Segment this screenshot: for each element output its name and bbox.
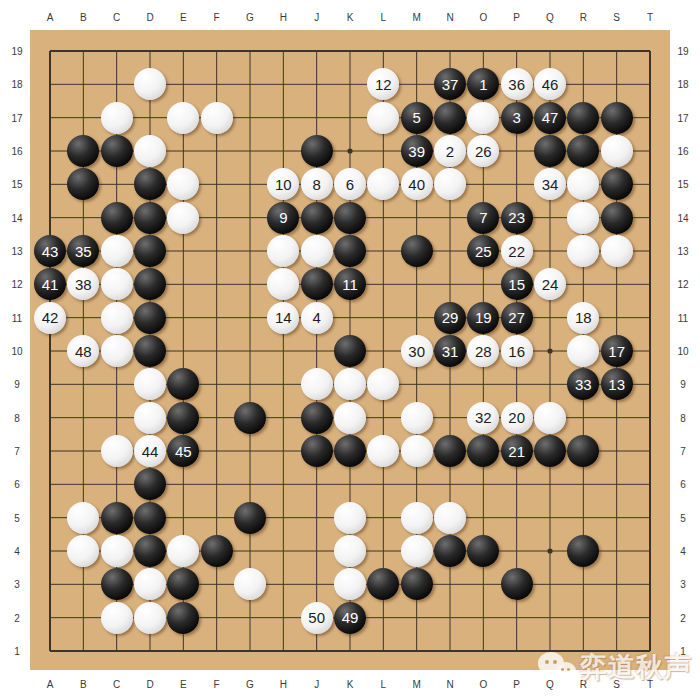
move-number: 46: [542, 76, 559, 91]
white-stone-Q8: [534, 402, 566, 434]
go-diagram-page: AABBCCDDEEFFGGHHJJKKLLMMNNOOPPQQRRSSTT19…: [0, 0, 700, 700]
column-label-top: A: [47, 12, 54, 23]
black-stone-N7: [434, 435, 466, 467]
watermark: 弈道秋声: [536, 642, 696, 692]
black-stone-E2: [167, 602, 199, 634]
white-stone-J2: 50: [301, 602, 333, 634]
column-label-bottom: N: [446, 679, 453, 690]
move-number: 6: [346, 176, 354, 191]
black-stone-P11: 27: [501, 302, 533, 334]
black-stone-P3: [501, 568, 533, 600]
column-label-top: F: [214, 12, 220, 23]
white-stone-M10: 30: [401, 335, 433, 367]
black-stone-S17: [601, 102, 633, 134]
row-label-left: 6: [14, 479, 20, 490]
white-stone-M15: 40: [401, 168, 433, 200]
wechat-icon: [536, 646, 580, 688]
black-stone-M3: [401, 568, 433, 600]
black-stone-O11: 19: [467, 302, 499, 334]
move-number: 34: [542, 176, 559, 191]
white-stone-C13: [101, 235, 133, 267]
row-label-right: 8: [680, 412, 686, 423]
column-label-bottom: L: [381, 679, 387, 690]
move-number: 31: [442, 343, 459, 358]
column-label-top: G: [246, 12, 254, 23]
white-stone-M5: [401, 502, 433, 534]
row-label-left: 5: [14, 512, 20, 523]
white-stone-L17: [367, 102, 399, 134]
move-number: 3: [512, 110, 520, 125]
move-number: 42: [42, 310, 59, 325]
column-label-top: J: [314, 12, 319, 23]
move-number: 15: [508, 276, 525, 291]
move-number: 38: [75, 276, 92, 291]
black-stone-E8: [167, 402, 199, 434]
black-stone-F4: [201, 535, 233, 567]
black-stone-M17: 5: [401, 102, 433, 134]
black-stone-N4: [434, 535, 466, 567]
white-stone-C7: [101, 435, 133, 467]
white-stone-C11: [101, 302, 133, 334]
black-stone-G8: [234, 402, 266, 434]
move-number: 10: [275, 176, 292, 191]
white-stone-P13: 22: [501, 235, 533, 267]
move-number: 26: [475, 143, 492, 158]
column-label-bottom: P: [513, 679, 520, 690]
white-stone-J15: 8: [301, 168, 333, 200]
black-stone-D10: [134, 335, 166, 367]
black-stone-D14: [134, 202, 166, 234]
column-label-top: H: [280, 12, 287, 23]
white-stone-D7: 44: [134, 435, 166, 467]
white-stone-K5: [334, 502, 366, 534]
column-label-bottom: D: [146, 679, 153, 690]
column-label-top: B: [80, 12, 87, 23]
black-stone-K10: [334, 335, 366, 367]
column-label-top: S: [613, 12, 620, 23]
move-number: 50: [308, 610, 325, 625]
row-label-right: 10: [677, 346, 688, 357]
row-label-left: 9: [14, 379, 20, 390]
move-number: 9: [279, 210, 287, 225]
row-label-right: 6: [680, 479, 686, 490]
black-stone-S10: 17: [601, 335, 633, 367]
black-stone-D4: [134, 535, 166, 567]
column-label-top: K: [347, 12, 354, 23]
row-label-left: 12: [11, 279, 22, 290]
watermark-text: 弈道秋声: [580, 649, 692, 685]
row-label-left: 19: [11, 46, 22, 57]
white-stone-J11: 4: [301, 302, 333, 334]
column-label-top: N: [446, 12, 453, 23]
move-number: 33: [575, 376, 592, 391]
white-stone-C12: [101, 268, 133, 300]
column-label-bottom: C: [113, 679, 120, 690]
row-label-left: 13: [11, 246, 22, 257]
row-label-left: 4: [14, 546, 20, 557]
column-label-bottom: E: [180, 679, 187, 690]
row-label-right: 14: [677, 212, 688, 223]
black-stone-J12: [301, 268, 333, 300]
move-number: 22: [508, 243, 525, 258]
black-stone-P17: 3: [501, 102, 533, 134]
move-number: 1: [479, 76, 487, 91]
white-stone-R14: [567, 202, 599, 234]
row-label-right: 19: [677, 46, 688, 57]
row-label-right: 16: [677, 146, 688, 157]
black-stone-J16: [301, 135, 333, 167]
move-number: 17: [608, 343, 625, 358]
column-label-bottom: G: [246, 679, 254, 690]
move-number: 48: [75, 343, 92, 358]
white-stone-S13: [601, 235, 633, 267]
column-label-bottom: H: [280, 679, 287, 690]
row-label-left: 1: [14, 646, 20, 657]
black-stone-G5: [234, 502, 266, 534]
row-label-left: 7: [14, 446, 20, 457]
column-label-top: Q: [546, 12, 554, 23]
black-stone-C5: [101, 502, 133, 534]
white-stone-K4: [334, 535, 366, 567]
move-number: 32: [475, 410, 492, 425]
black-stone-Q16: [534, 135, 566, 167]
white-stone-H11: 14: [267, 302, 299, 334]
white-stone-N5: [434, 502, 466, 534]
black-stone-S9: 13: [601, 368, 633, 400]
move-number: 29: [442, 310, 459, 325]
row-label-right: 5: [680, 512, 686, 523]
move-number: 47: [542, 110, 559, 125]
move-number: 14: [275, 310, 292, 325]
move-number: 40: [408, 176, 425, 191]
row-label-right: 12: [677, 279, 688, 290]
column-label-top: M: [412, 12, 420, 23]
move-number: 44: [142, 443, 159, 458]
move-number: 43: [42, 243, 59, 258]
white-stone-B5: [67, 502, 99, 534]
row-label-right: 9: [680, 379, 686, 390]
white-stone-F17: [201, 102, 233, 134]
row-label-left: 15: [11, 179, 22, 190]
move-number: 27: [508, 310, 525, 325]
black-stone-D11: [134, 302, 166, 334]
row-label-right: 15: [677, 179, 688, 190]
row-label-left: 2: [14, 612, 20, 623]
white-stone-C2: [101, 602, 133, 634]
white-stone-J9: [301, 368, 333, 400]
row-label-left: 18: [11, 79, 22, 90]
black-stone-K2: 49: [334, 602, 366, 634]
white-stone-S16: [601, 135, 633, 167]
move-number: 23: [508, 210, 525, 225]
column-label-top: E: [180, 12, 187, 23]
black-stone-K7: [334, 435, 366, 467]
black-stone-K14: [334, 202, 366, 234]
column-label-bottom: O: [479, 679, 487, 690]
column-label-top: R: [580, 12, 587, 23]
black-stone-H14: 9: [267, 202, 299, 234]
row-label-left: 8: [14, 412, 20, 423]
move-number: 25: [475, 243, 492, 258]
black-stone-A13: 43: [34, 235, 66, 267]
white-stone-D2: [134, 602, 166, 634]
row-label-right: 7: [680, 446, 686, 457]
black-stone-Q7: [534, 435, 566, 467]
white-stone-C17: [101, 102, 133, 134]
row-label-right: 11: [678, 312, 688, 323]
column-label-bottom: B: [80, 679, 87, 690]
white-stone-P8: 20: [501, 402, 533, 434]
row-label-left: 3: [14, 579, 20, 590]
column-label-top: C: [113, 12, 120, 23]
column-label-bottom: M: [412, 679, 420, 690]
black-stone-S15: [601, 168, 633, 200]
black-stone-N17: [434, 102, 466, 134]
move-number: 49: [342, 610, 359, 625]
move-number: 8: [312, 176, 320, 191]
white-stone-O8: 32: [467, 402, 499, 434]
white-stone-K8: [334, 402, 366, 434]
move-number: 24: [542, 276, 559, 291]
move-number: 28: [475, 343, 492, 358]
move-number: 21: [508, 443, 525, 458]
black-stone-D13: [134, 235, 166, 267]
row-label-left: 10: [11, 346, 22, 357]
white-stone-R11: 18: [567, 302, 599, 334]
white-stone-P10: 16: [501, 335, 533, 367]
move-number: 39: [408, 143, 425, 158]
move-number: 35: [75, 243, 92, 258]
white-stone-E17: [167, 102, 199, 134]
column-label-top: P: [513, 12, 520, 23]
row-label-right: 3: [680, 579, 686, 590]
move-number: 13: [608, 376, 625, 391]
white-stone-E14: [167, 202, 199, 234]
row-label-left: 16: [11, 146, 22, 157]
column-label-top: L: [381, 12, 387, 23]
white-stone-C4: [101, 535, 133, 567]
black-stone-K13: [334, 235, 366, 267]
black-stone-Q17: 47: [534, 102, 566, 134]
move-number: 45: [175, 443, 192, 458]
white-stone-P18: 36: [501, 68, 533, 100]
move-number: 20: [508, 410, 525, 425]
black-stone-N11: 29: [434, 302, 466, 334]
column-label-top: T: [647, 12, 653, 23]
column-label-bottom: J: [314, 679, 319, 690]
move-number: 19: [475, 310, 492, 325]
move-number: 12: [375, 76, 392, 91]
column-label-top: O: [479, 12, 487, 23]
row-label-left: 11: [12, 312, 22, 323]
row-label-right: 18: [677, 79, 688, 90]
black-stone-J14: [301, 202, 333, 234]
move-number: 36: [508, 76, 525, 91]
black-stone-S14: [601, 202, 633, 234]
black-stone-J8: [301, 402, 333, 434]
black-stone-P7: 21: [501, 435, 533, 467]
black-stone-C16: [101, 135, 133, 167]
black-stone-P12: 15: [501, 268, 533, 300]
white-stone-J13: [301, 235, 333, 267]
row-label-right: 2: [680, 612, 686, 623]
move-number: 2: [446, 143, 454, 158]
white-stone-D8: [134, 402, 166, 434]
black-stone-J7: [301, 435, 333, 467]
row-label-left: 14: [11, 212, 22, 223]
row-label-left: 17: [11, 112, 22, 123]
move-number: 41: [42, 276, 59, 291]
move-number: 7: [479, 210, 487, 225]
row-label-right: 17: [677, 112, 688, 123]
move-number: 30: [408, 343, 425, 358]
black-stone-P14: 23: [501, 202, 533, 234]
black-stone-N10: 31: [434, 335, 466, 367]
black-stone-D5: [134, 502, 166, 534]
white-stone-N16: 2: [434, 135, 466, 167]
row-label-right: 13: [677, 246, 688, 257]
black-stone-R17: [567, 102, 599, 134]
white-stone-O17: [467, 102, 499, 134]
white-stone-M8: [401, 402, 433, 434]
white-stone-M7: [401, 435, 433, 467]
move-number: 11: [342, 276, 358, 291]
row-label-right: 4: [680, 546, 686, 557]
black-stone-M16: 39: [401, 135, 433, 167]
move-number: 16: [508, 343, 525, 358]
white-stone-A11: 42: [34, 302, 66, 334]
move-number: 4: [312, 310, 320, 325]
column-label-bottom: F: [214, 679, 220, 690]
move-number: 37: [442, 76, 459, 91]
black-stone-C3: [101, 568, 133, 600]
move-number: 5: [412, 110, 420, 125]
white-stone-D16: [134, 135, 166, 167]
move-number: 18: [575, 310, 592, 325]
black-stone-M13: [401, 235, 433, 267]
white-stone-M4: [401, 535, 433, 567]
column-label-bottom: A: [47, 679, 54, 690]
black-stone-O14: 7: [467, 202, 499, 234]
column-label-bottom: K: [347, 679, 354, 690]
white-stone-C10: [101, 335, 133, 367]
black-stone-C14: [101, 202, 133, 234]
column-label-top: D: [146, 12, 153, 23]
